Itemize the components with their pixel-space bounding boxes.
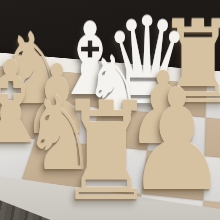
pieces-layer: ♝♛♜♞♞♝♟♟♞♜♟: [0, 0, 220, 220]
photo-scene: ♝♛♜♞♞♝♟♟♞♜♟: [0, 0, 220, 220]
piece-tan-rook-d4[interactable]: ♜: [57, 98, 155, 207]
